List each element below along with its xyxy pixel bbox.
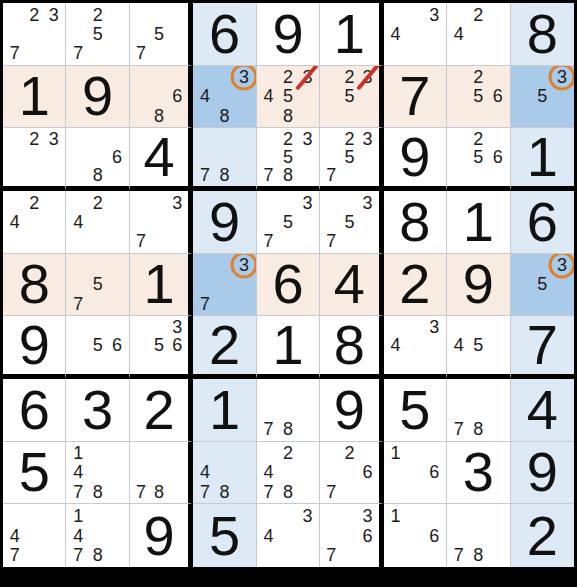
empty-candidate-slot (298, 166, 317, 184)
empty-candidate-slot (168, 444, 186, 463)
candidate-digit: 4 (449, 24, 468, 43)
empty-candidate-slot (340, 526, 358, 546)
candidate-grid: 357 (322, 193, 376, 251)
cell-r7c9[interactable]: 4 (511, 379, 574, 442)
cell-r3c9[interactable]: 1 (511, 128, 574, 191)
cell-r2c2[interactable]: 9 (66, 66, 129, 129)
empty-candidate-slot (168, 43, 186, 62)
candidate-digit: 8 (150, 482, 168, 501)
empty-candidate-slot (405, 318, 424, 336)
cell-r2c1[interactable]: 1 (3, 66, 66, 129)
candidate-digit: 6 (425, 463, 444, 482)
empty-candidate-slot (168, 231, 186, 250)
candidate-digit: 7 (195, 482, 214, 501)
empty-candidate-slot (449, 354, 468, 372)
candidate-digit: 5 (278, 87, 297, 106)
cell-r6c4[interactable]: 2 (193, 316, 256, 379)
empty-candidate-slot (168, 212, 186, 231)
empty-candidate-slot (107, 482, 126, 501)
cell-r4c1[interactable]: 24 (3, 191, 66, 254)
cell-r7c7[interactable]: 5 (384, 379, 447, 442)
solved-digit: 5 (209, 508, 240, 564)
empty-candidate-slot (215, 463, 234, 482)
cell-r5c1[interactable]: 8 (3, 254, 66, 317)
candidate-grid: 34 (259, 506, 317, 565)
empty-candidate-slot (488, 381, 507, 400)
candidate-digit: 2 (340, 444, 358, 463)
empty-candidate-slot (24, 166, 43, 184)
empty-candidate-slot (150, 5, 168, 24)
empty-candidate-slot (132, 106, 150, 125)
cell-r8c1[interactable]: 5 (3, 442, 66, 505)
cell-r3c1[interactable]: 23 (3, 128, 66, 191)
empty-candidate-slot (322, 87, 340, 106)
empty-candidate-slot (195, 130, 214, 148)
candidate-grid: 68 (132, 68, 186, 126)
cell-r9c4[interactable]: 5 (193, 504, 256, 567)
cell-r6c3[interactable]: 356 (130, 316, 193, 379)
candidate-grid: 23458 (259, 68, 317, 126)
empty-candidate-slot (132, 318, 150, 336)
cell-r9c2[interactable]: 1478 (66, 504, 129, 567)
empty-candidate-slot (469, 166, 488, 184)
empty-candidate-slot (449, 381, 468, 400)
empty-candidate-slot (386, 545, 405, 565)
empty-candidate-slot (215, 294, 234, 313)
empty-candidate-slot (88, 148, 107, 166)
empty-candidate-slot (488, 318, 507, 336)
cell-r2c7[interactable]: 7 (384, 66, 447, 129)
candidate-digit: 7 (132, 231, 150, 250)
candidate-digit: 2 (469, 5, 488, 24)
cell-r6c7[interactable]: 34 (384, 316, 447, 379)
empty-candidate-slot (44, 545, 63, 565)
candidate-digit: 8 (215, 482, 234, 501)
empty-candidate-slot (386, 5, 405, 24)
empty-candidate-slot (386, 526, 405, 546)
empty-candidate-slot (386, 43, 405, 62)
candidate-digit: 4 (5, 212, 24, 231)
candidate-grid: 35 (513, 256, 572, 314)
empty-candidate-slot (449, 148, 468, 166)
cell-r3c6[interactable]: 2357 (320, 128, 383, 191)
empty-candidate-slot (168, 24, 186, 43)
empty-candidate-slot (107, 5, 126, 24)
empty-candidate-slot (425, 24, 444, 43)
empty-candidate-slot (259, 193, 278, 212)
empty-candidate-slot (278, 545, 297, 565)
cell-r9c3[interactable]: 9 (130, 504, 193, 567)
empty-candidate-slot (386, 463, 405, 482)
cell-r8c7[interactable]: 16 (384, 442, 447, 505)
empty-candidate-slot (132, 87, 150, 106)
cell-r6c1[interactable]: 9 (3, 316, 66, 379)
empty-candidate-slot (298, 444, 317, 463)
empty-candidate-slot (278, 526, 297, 546)
cell-r2c6[interactable]: 235 (320, 66, 383, 129)
empty-candidate-slot (24, 506, 43, 526)
solved-digit: 6 (272, 256, 303, 312)
empty-candidate-slot (552, 87, 572, 106)
empty-candidate-slot (88, 212, 107, 231)
empty-candidate-slot (259, 400, 278, 419)
empty-candidate-slot (340, 482, 358, 501)
candidate-digit: 7 (259, 231, 278, 250)
empty-candidate-slot (259, 130, 278, 148)
cell-r5c4[interactable]: 37 (193, 254, 256, 317)
empty-candidate-slot (107, 130, 126, 148)
candidate-digit: 6 (168, 336, 186, 354)
empty-candidate-slot (405, 506, 424, 526)
empty-candidate-slot (150, 193, 168, 212)
empty-candidate-slot (278, 381, 297, 400)
empty-candidate-slot (298, 526, 317, 546)
cell-r9c1[interactable]: 47 (3, 504, 66, 567)
candidate-grid: 45 (449, 318, 507, 372)
empty-candidate-slot (259, 381, 278, 400)
candidate-grid: 34 (386, 5, 444, 63)
solved-digit: 8 (399, 194, 430, 250)
empty-candidate-slot (488, 43, 507, 62)
candidate-digit: 2 (340, 68, 358, 87)
candidate-grid: 24 (5, 193, 63, 251)
cell-r1c4[interactable]: 6 (193, 3, 256, 66)
cell-r8c5[interactable]: 2478 (257, 442, 320, 505)
empty-candidate-slot (132, 68, 150, 87)
empty-candidate-slot (425, 336, 444, 354)
solved-digit: 1 (527, 129, 558, 185)
cell-r8c9[interactable]: 9 (511, 442, 574, 505)
candidate-digit-slashed: 3 (359, 68, 377, 87)
empty-candidate-slot (359, 212, 377, 231)
empty-candidate-slot (552, 275, 572, 294)
empty-candidate-slot (532, 294, 552, 313)
empty-candidate-slot (298, 400, 317, 419)
cell-r9c8[interactable]: 78 (447, 504, 510, 567)
empty-candidate-slot (132, 5, 150, 24)
empty-candidate-slot (88, 354, 107, 372)
cell-r4c4[interactable]: 9 (193, 191, 256, 254)
empty-candidate-slot (44, 148, 63, 166)
empty-candidate-slot (168, 463, 186, 482)
empty-candidate-slot (405, 24, 424, 43)
candidate-digit: 7 (322, 482, 340, 501)
candidate-grid: 47 (5, 506, 63, 565)
empty-candidate-slot (195, 148, 214, 166)
empty-candidate-slot (469, 506, 488, 526)
empty-candidate-slot (469, 381, 488, 400)
empty-candidate-slot (68, 24, 87, 43)
candidate-digit: 5 (150, 24, 168, 43)
empty-candidate-slot (168, 68, 186, 87)
cell-r1c8[interactable]: 24 (447, 3, 510, 66)
cell-r2c8[interactable]: 256 (447, 66, 510, 129)
cell-r7c3[interactable]: 2 (130, 379, 193, 442)
empty-candidate-slot (150, 463, 168, 482)
cell-r8c4[interactable]: 478 (193, 442, 256, 505)
cell-r3c3[interactable]: 4 (130, 128, 193, 191)
candidate-digit: 7 (68, 43, 87, 62)
cell-r1c2[interactable]: 257 (66, 3, 129, 66)
cell-r4c9[interactable]: 6 (511, 191, 574, 254)
cell-r6c2[interactable]: 56 (66, 316, 129, 379)
empty-candidate-slot (359, 231, 377, 250)
candidate-grid: 1478 (68, 444, 126, 502)
cell-r6c6[interactable]: 8 (320, 316, 383, 379)
empty-candidate-slot (488, 400, 507, 419)
candidate-grid: 56 (68, 318, 126, 372)
candidate-digit: 2 (469, 68, 488, 87)
candidate-digit: 6 (425, 526, 444, 546)
empty-candidate-slot (513, 275, 533, 294)
empty-candidate-slot (107, 294, 126, 313)
empty-candidate-slot (340, 545, 358, 565)
cell-r3c7[interactable]: 9 (384, 128, 447, 191)
candidate-digit: 4 (259, 526, 278, 546)
empty-candidate-slot (488, 419, 507, 438)
candidate-digit: 2 (278, 130, 297, 148)
empty-candidate-slot (469, 526, 488, 546)
candidate-digit: 7 (195, 294, 214, 313)
candidate-digit: 8 (215, 166, 234, 184)
empty-candidate-slot (322, 444, 340, 463)
candidate-digit: 8 (469, 419, 488, 438)
empty-candidate-slot (88, 463, 107, 482)
cell-r8c6[interactable]: 267 (320, 442, 383, 505)
candidate-digit: 5 (278, 212, 297, 231)
empty-candidate-slot (44, 231, 63, 250)
empty-candidate-slot (298, 106, 317, 125)
cell-r5c6[interactable]: 4 (320, 254, 383, 317)
cell-r6c8[interactable]: 45 (447, 316, 510, 379)
cell-r9c5[interactable]: 34 (257, 504, 320, 567)
cell-r5c3[interactable]: 1 (130, 254, 193, 317)
candidate-digit: 1 (386, 444, 405, 463)
cell-r2c3[interactable]: 68 (130, 66, 193, 129)
empty-candidate-slot (195, 106, 214, 125)
cell-r9c6[interactable]: 367 (320, 504, 383, 567)
empty-candidate-slot (488, 526, 507, 546)
candidate-digit: 4 (259, 463, 278, 482)
empty-candidate-slot (68, 336, 87, 354)
cell-r4c5[interactable]: 357 (257, 191, 320, 254)
cell-r4c8[interactable]: 1 (447, 191, 510, 254)
candidate-digit-circled: 3 (234, 68, 253, 87)
empty-candidate-slot (359, 87, 377, 106)
solved-digit: 4 (334, 256, 365, 312)
empty-candidate-slot (469, 400, 488, 419)
cell-r7c5[interactable]: 78 (257, 379, 320, 442)
empty-candidate-slot (469, 43, 488, 62)
empty-candidate-slot (405, 526, 424, 546)
empty-candidate-slot (24, 148, 43, 166)
empty-candidate-slot (322, 148, 340, 166)
empty-candidate-slot (488, 5, 507, 24)
solved-digit: 8 (19, 256, 50, 312)
cell-r1c1[interactable]: 237 (3, 3, 66, 66)
empty-candidate-slot (298, 482, 317, 501)
empty-candidate-slot (340, 506, 358, 526)
empty-candidate-slot (340, 166, 358, 184)
candidate-digit: 8 (215, 106, 234, 125)
cell-r7c4[interactable]: 1 (193, 379, 256, 442)
solved-digit: 9 (463, 256, 494, 312)
sudoku-app: 2372575769134248196834823458235725635236… (0, 0, 577, 587)
empty-candidate-slot (5, 5, 24, 24)
empty-candidate-slot (107, 212, 126, 231)
candidate-grid: 356 (132, 318, 186, 372)
candidate-digit: 4 (5, 526, 24, 546)
cell-r4c3[interactable]: 37 (130, 191, 193, 254)
empty-candidate-slot (68, 148, 87, 166)
cell-r1c9[interactable]: 8 (511, 3, 574, 66)
cell-r4c6[interactable]: 357 (320, 191, 383, 254)
empty-candidate-slot (168, 5, 186, 24)
empty-candidate-slot (405, 482, 424, 501)
cell-r1c6[interactable]: 1 (320, 3, 383, 66)
cell-r5c5[interactable]: 6 (257, 254, 320, 317)
cell-r9c9[interactable]: 2 (511, 504, 574, 567)
cell-r4c2[interactable]: 24 (66, 191, 129, 254)
empty-candidate-slot (132, 24, 150, 43)
empty-candidate-slot (215, 444, 234, 463)
empty-candidate-slot (488, 106, 507, 125)
candidate-digit: 2 (469, 130, 488, 148)
solved-digit: 2 (527, 508, 558, 564)
candidate-digit: 6 (488, 87, 507, 106)
empty-candidate-slot (68, 231, 87, 250)
empty-candidate-slot (150, 444, 168, 463)
empty-candidate-slot (425, 43, 444, 62)
cell-r7c6[interactable]: 9 (320, 379, 383, 442)
candidate-grid: 24 (449, 5, 507, 63)
candidate-grid: 57 (132, 5, 186, 63)
empty-candidate-slot (234, 294, 253, 313)
candidate-digit: 1 (68, 506, 87, 526)
candidate-digit: 3 (44, 5, 63, 24)
candidate-digit: 5 (278, 148, 297, 166)
solved-digit: 1 (144, 256, 175, 312)
empty-candidate-slot (359, 106, 377, 125)
empty-candidate-slot (24, 545, 43, 565)
empty-candidate-slot (449, 43, 468, 62)
empty-candidate-slot (298, 87, 317, 106)
cell-r5c2[interactable]: 57 (66, 254, 129, 317)
solved-digit: 2 (144, 382, 175, 438)
candidate-digit: 5 (469, 87, 488, 106)
candidate-digit: 2 (88, 5, 107, 24)
cell-r7c8[interactable]: 78 (447, 379, 510, 442)
cell-r2c4[interactable]: 348 (193, 66, 256, 129)
solved-digit: 1 (334, 6, 365, 62)
cell-r1c5[interactable]: 9 (257, 3, 320, 66)
cell-r4c7[interactable]: 8 (384, 191, 447, 254)
cell-r3c4[interactable]: 78 (193, 128, 256, 191)
empty-candidate-slot (68, 166, 87, 184)
solved-digit: 9 (209, 194, 240, 250)
candidate-grid: 256 (449, 68, 507, 126)
candidate-digit: 7 (68, 294, 87, 313)
empty-candidate-slot (68, 256, 87, 275)
cell-r5c8[interactable]: 9 (447, 254, 510, 317)
candidate-grid: 478 (195, 444, 253, 502)
candidate-grid: 78 (132, 444, 186, 502)
empty-candidate-slot (322, 212, 340, 231)
empty-candidate-slot (24, 24, 43, 43)
empty-candidate-slot (359, 166, 377, 184)
empty-candidate-slot (5, 130, 24, 148)
empty-candidate-slot (234, 148, 253, 166)
cell-r7c1[interactable]: 6 (3, 379, 66, 442)
cell-r1c3[interactable]: 57 (130, 3, 193, 66)
empty-candidate-slot (150, 212, 168, 231)
solved-digit: 2 (209, 317, 240, 373)
candidate-digit: 2 (24, 193, 43, 212)
candidate-digit: 5 (150, 336, 168, 354)
empty-candidate-slot (405, 463, 424, 482)
cell-r8c3[interactable]: 78 (130, 442, 193, 505)
empty-candidate-slot (259, 444, 278, 463)
cell-r2c5[interactable]: 23458 (257, 66, 320, 129)
cell-r5c7[interactable]: 2 (384, 254, 447, 317)
empty-candidate-slot (5, 166, 24, 184)
empty-candidate-slot (24, 526, 43, 546)
candidate-digit: 8 (88, 545, 107, 565)
cell-r6c5[interactable]: 1 (257, 316, 320, 379)
empty-candidate-slot (68, 130, 87, 148)
empty-candidate-slot (132, 444, 150, 463)
empty-candidate-slot (259, 68, 278, 87)
candidate-digit: 1 (68, 444, 87, 463)
cell-r3c8[interactable]: 256 (447, 128, 510, 191)
cell-r1c7[interactable]: 34 (384, 3, 447, 66)
candidate-digit: 4 (386, 24, 405, 43)
candidate-digit: 5 (532, 275, 552, 294)
empty-candidate-slot (88, 526, 107, 546)
empty-candidate-slot (195, 68, 214, 87)
cell-r5c9[interactable]: 35 (511, 254, 574, 317)
cell-r3c2[interactable]: 68 (66, 128, 129, 191)
empty-candidate-slot (259, 148, 278, 166)
empty-candidate-slot (24, 43, 43, 62)
cell-r2c9[interactable]: 35 (511, 66, 574, 129)
candidate-digit: 6 (107, 336, 126, 354)
cell-r8c8[interactable]: 3 (447, 442, 510, 505)
empty-candidate-slot (488, 506, 507, 526)
candidate-digit: 3 (359, 506, 377, 526)
empty-candidate-slot (44, 166, 63, 184)
cell-r6c9[interactable]: 7 (511, 316, 574, 379)
cell-r9c7[interactable]: 16 (384, 504, 447, 567)
candidate-digit: 7 (449, 419, 468, 438)
empty-candidate-slot (405, 354, 424, 372)
empty-candidate-slot (88, 130, 107, 148)
cell-r8c2[interactable]: 1478 (66, 442, 129, 505)
empty-candidate-slot (107, 43, 126, 62)
cell-r3c5[interactable]: 23578 (257, 128, 320, 191)
cell-r7c2[interactable]: 3 (66, 379, 129, 442)
candidate-grid: 57 (68, 256, 126, 314)
candidate-grid: 237 (5, 5, 63, 63)
candidate-grid: 78 (259, 381, 317, 439)
empty-candidate-slot (298, 381, 317, 400)
empty-candidate-slot (107, 526, 126, 546)
empty-candidate-slot (488, 336, 507, 354)
candidate-digit: 4 (386, 336, 405, 354)
candidate-digit: 7 (322, 231, 340, 250)
empty-candidate-slot (513, 106, 533, 125)
empty-candidate-slot (5, 193, 24, 212)
